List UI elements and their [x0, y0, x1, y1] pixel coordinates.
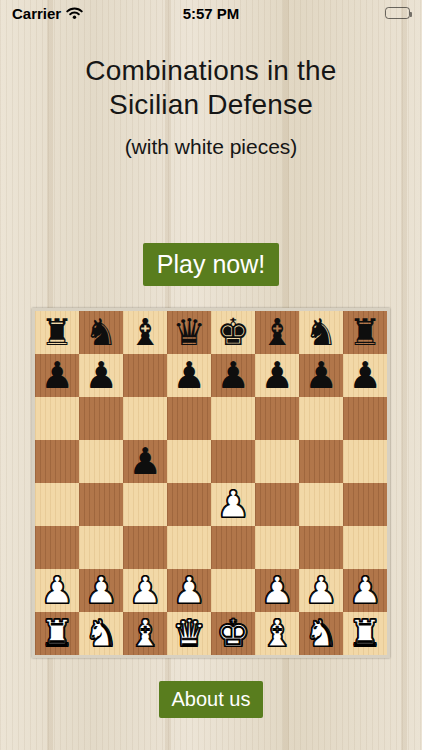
square-c1: ♝ — [123, 612, 167, 655]
square-b4 — [79, 483, 123, 526]
square-a5 — [35, 440, 79, 483]
square-h7: ♟ — [343, 354, 387, 397]
status-bar: Carrier 5:57 PM — [0, 0, 422, 24]
square-d2: ♟ — [167, 569, 211, 612]
play-now-button[interactable]: Play now! — [143, 243, 279, 286]
piece-black-pawn: ♟ — [304, 354, 337, 397]
chess-board: ♜♞♝♛♚♝♞♜♟♟♟♟♟♟♟♟♟♟♟♟♟♟♟♟♜♞♝♛♚♝♞♜ — [32, 308, 390, 658]
square-c7 — [123, 354, 167, 397]
square-b8: ♞ — [79, 311, 123, 354]
square-e8: ♚ — [211, 311, 255, 354]
piece-white-pawn: ♟ — [84, 569, 117, 612]
piece-black-knight: ♞ — [304, 311, 337, 354]
piece-white-pawn: ♟ — [348, 569, 381, 612]
square-c3 — [123, 526, 167, 569]
square-f6 — [255, 397, 299, 440]
square-g4 — [299, 483, 343, 526]
piece-black-pawn: ♟ — [172, 354, 205, 397]
square-b1: ♞ — [79, 612, 123, 655]
piece-white-knight: ♞ — [84, 612, 117, 655]
piece-black-pawn: ♟ — [348, 354, 381, 397]
square-e4: ♟ — [211, 483, 255, 526]
piece-black-pawn: ♟ — [40, 354, 73, 397]
square-b6 — [79, 397, 123, 440]
square-f5 — [255, 440, 299, 483]
square-d6 — [167, 397, 211, 440]
page-title: Combinations in the Sicilian Defense — [44, 54, 379, 122]
piece-black-queen: ♛ — [172, 311, 205, 354]
square-h2: ♟ — [343, 569, 387, 612]
square-g1: ♞ — [299, 612, 343, 655]
page-subtitle: (with white pieces) — [125, 135, 298, 159]
square-h3 — [343, 526, 387, 569]
square-c6 — [123, 397, 167, 440]
piece-white-bishop: ♝ — [128, 612, 161, 655]
square-f3 — [255, 526, 299, 569]
piece-black-bishop: ♝ — [260, 311, 293, 354]
piece-white-pawn: ♟ — [40, 569, 73, 612]
square-d8: ♛ — [167, 311, 211, 354]
piece-white-bishop: ♝ — [260, 612, 293, 655]
battery-icon — [385, 7, 410, 19]
square-d4 — [167, 483, 211, 526]
square-f4 — [255, 483, 299, 526]
square-a4 — [35, 483, 79, 526]
square-c2: ♟ — [123, 569, 167, 612]
square-h6 — [343, 397, 387, 440]
square-e2 — [211, 569, 255, 612]
square-f2: ♟ — [255, 569, 299, 612]
piece-white-pawn: ♟ — [172, 569, 205, 612]
piece-white-rook: ♜ — [348, 612, 381, 655]
square-b3 — [79, 526, 123, 569]
piece-white-queen: ♛ — [172, 612, 205, 655]
clock-time: 5:57 PM — [183, 5, 240, 22]
square-c5: ♟ — [123, 440, 167, 483]
square-d3 — [167, 526, 211, 569]
square-g7: ♟ — [299, 354, 343, 397]
square-e7: ♟ — [211, 354, 255, 397]
square-f7: ♟ — [255, 354, 299, 397]
about-us-button[interactable]: About us — [159, 681, 264, 718]
piece-black-rook: ♜ — [348, 311, 381, 354]
square-a1: ♜ — [35, 612, 79, 655]
piece-black-pawn: ♟ — [260, 354, 293, 397]
square-a2: ♟ — [35, 569, 79, 612]
square-g3 — [299, 526, 343, 569]
square-f8: ♝ — [255, 311, 299, 354]
square-c8: ♝ — [123, 311, 167, 354]
piece-white-pawn: ♟ — [304, 569, 337, 612]
piece-black-pawn: ♟ — [128, 440, 161, 483]
wifi-icon — [66, 7, 83, 19]
carrier-label: Carrier — [12, 5, 61, 22]
square-g2: ♟ — [299, 569, 343, 612]
piece-black-pawn: ♟ — [84, 354, 117, 397]
square-d7: ♟ — [167, 354, 211, 397]
square-h1: ♜ — [343, 612, 387, 655]
piece-black-knight: ♞ — [84, 311, 117, 354]
square-g8: ♞ — [299, 311, 343, 354]
piece-black-rook: ♜ — [40, 311, 73, 354]
square-h8: ♜ — [343, 311, 387, 354]
piece-black-pawn: ♟ — [216, 354, 249, 397]
piece-white-king: ♚ — [216, 612, 249, 655]
piece-white-knight: ♞ — [304, 612, 337, 655]
square-e1: ♚ — [211, 612, 255, 655]
square-a8: ♜ — [35, 311, 79, 354]
square-e3 — [211, 526, 255, 569]
square-f1: ♝ — [255, 612, 299, 655]
piece-black-king: ♚ — [216, 311, 249, 354]
piece-white-pawn: ♟ — [260, 569, 293, 612]
square-a7: ♟ — [35, 354, 79, 397]
square-b2: ♟ — [79, 569, 123, 612]
square-b5 — [79, 440, 123, 483]
square-b7: ♟ — [79, 354, 123, 397]
square-h5 — [343, 440, 387, 483]
square-a3 — [35, 526, 79, 569]
piece-white-rook: ♜ — [40, 612, 73, 655]
app-screen: Carrier 5:57 PM Combinations in the Sici… — [0, 0, 422, 750]
square-d5 — [167, 440, 211, 483]
square-d1: ♛ — [167, 612, 211, 655]
piece-white-pawn: ♟ — [216, 483, 249, 526]
square-g6 — [299, 397, 343, 440]
square-c4 — [123, 483, 167, 526]
piece-white-pawn: ♟ — [128, 569, 161, 612]
square-e6 — [211, 397, 255, 440]
square-a6 — [35, 397, 79, 440]
square-e5 — [211, 440, 255, 483]
piece-black-bishop: ♝ — [128, 311, 161, 354]
square-g5 — [299, 440, 343, 483]
square-h4 — [343, 483, 387, 526]
